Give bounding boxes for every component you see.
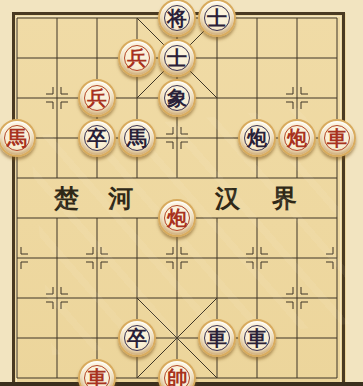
piece-ring: 炮	[244, 125, 270, 151]
piece-black-general[interactable]: 将	[158, 0, 196, 37]
piece-red-chariot[interactable]: 車	[318, 119, 356, 157]
piece-ring: 車	[204, 325, 230, 351]
piece-red-soldier[interactable]: 兵	[78, 79, 116, 117]
piece-black-chariot[interactable]: 車	[238, 319, 276, 357]
piece-black-advisor[interactable]: 士	[198, 0, 236, 37]
piece-glyph: 士	[207, 8, 227, 28]
piece-red-soldier[interactable]: 兵	[118, 39, 156, 77]
piece-glyph: 兵	[127, 48, 147, 68]
piece-ring: 象	[164, 85, 190, 111]
piece-ring: 士	[164, 45, 190, 71]
piece-black-elephant[interactable]: 象	[158, 79, 196, 117]
piece-glyph: 炮	[247, 128, 267, 148]
piece-red-cannon[interactable]: 炮	[158, 199, 196, 237]
piece-ring: 炮	[284, 125, 310, 151]
piece-glyph: 卒	[87, 128, 107, 148]
piece-glyph: 士	[167, 48, 187, 68]
piece-glyph: 車	[327, 128, 347, 148]
river-label-han-jie: 汉界	[215, 186, 329, 211]
piece-ring: 将	[164, 5, 190, 31]
piece-glyph: 車	[247, 328, 267, 348]
piece-ring: 帥	[164, 365, 190, 386]
piece-glyph: 車	[207, 328, 227, 348]
river-label-chu-he: 楚河	[54, 186, 162, 211]
piece-black-advisor[interactable]: 士	[158, 39, 196, 77]
piece-ring: 卒	[124, 325, 150, 351]
piece-glyph: 象	[167, 88, 187, 108]
piece-glyph: 兵	[87, 88, 107, 108]
piece-black-soldier[interactable]: 卒	[78, 119, 116, 157]
piece-glyph: 車	[87, 368, 107, 386]
piece-ring: 車	[324, 125, 350, 151]
piece-ring: 兵	[84, 85, 110, 111]
piece-ring: 馬	[124, 125, 150, 151]
xiangqi-board[interactable]: 楚河 汉界 将士兵士兵象馬卒馬炮炮車炮卒車車車帥	[0, 0, 363, 386]
piece-ring: 卒	[84, 125, 110, 151]
piece-black-soldier[interactable]: 卒	[118, 319, 156, 357]
piece-ring: 馬	[4, 125, 30, 151]
piece-black-chariot[interactable]: 車	[198, 319, 236, 357]
piece-ring: 炮	[164, 205, 190, 231]
piece-ring: 車	[244, 325, 270, 351]
piece-glyph: 将	[167, 8, 187, 28]
piece-ring: 車	[84, 365, 110, 386]
piece-glyph: 馬	[127, 128, 147, 148]
piece-black-cannon[interactable]: 炮	[238, 119, 276, 157]
piece-glyph: 馬	[7, 128, 27, 148]
piece-black-horse[interactable]: 馬	[118, 119, 156, 157]
piece-ring: 兵	[124, 45, 150, 71]
piece-glyph: 炮	[167, 208, 187, 228]
piece-glyph: 卒	[127, 328, 147, 348]
piece-red-cannon[interactable]: 炮	[278, 119, 316, 157]
piece-glyph: 炮	[287, 128, 307, 148]
piece-glyph: 帥	[167, 368, 187, 386]
piece-ring: 士	[204, 5, 230, 31]
